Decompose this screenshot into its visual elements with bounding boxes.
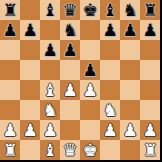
square-d1[interactable]: ♛ — [60, 140, 80, 160]
square-b6[interactable] — [20, 40, 40, 60]
square-e1[interactable]: ♚ — [80, 140, 100, 160]
white-pawn-f2[interactable]: ♟ — [102, 120, 117, 140]
square-f2[interactable]: ♟ — [100, 120, 120, 140]
white-bishop-c1[interactable]: ♝ — [42, 140, 57, 160]
square-d6[interactable]: ♟ — [60, 40, 80, 60]
square-c1[interactable]: ♝ — [40, 140, 60, 160]
square-h3[interactable] — [140, 100, 160, 120]
square-a2[interactable]: ♟ — [0, 120, 20, 140]
white-bishop-c4[interactable]: ♝ — [42, 80, 57, 100]
white-rook-h1[interactable]: ♜ — [142, 140, 157, 160]
white-pawn-h2[interactable]: ♟ — [142, 120, 157, 140]
square-e3[interactable] — [80, 100, 100, 120]
black-rook-a8[interactable]: ♜ — [2, 0, 17, 20]
square-h2[interactable]: ♟ — [140, 120, 160, 140]
square-d5[interactable] — [60, 60, 80, 80]
black-knight-d7[interactable]: ♞ — [62, 20, 77, 40]
square-g7[interactable]: ♟ — [120, 20, 140, 40]
chess-board: ♜♝♛♚♝♞♜♟♟♞♟♟♟♟♟♟♝♟♟♞♞♟♟♟♟♟♟♜♝♛♚♜ — [0, 0, 160, 160]
square-d7[interactable]: ♞ — [60, 20, 80, 40]
square-f1[interactable] — [100, 140, 120, 160]
square-e8[interactable]: ♚ — [80, 0, 100, 20]
black-pawn-e5[interactable]: ♟ — [82, 60, 97, 80]
white-king-e1[interactable]: ♚ — [82, 140, 97, 160]
square-b8[interactable] — [20, 0, 40, 20]
square-a4[interactable] — [0, 80, 20, 100]
black-pawn-b7[interactable]: ♟ — [22, 20, 37, 40]
square-a8[interactable]: ♜ — [0, 0, 20, 20]
square-h1[interactable]: ♜ — [140, 140, 160, 160]
square-a7[interactable]: ♟ — [0, 20, 20, 40]
square-h5[interactable] — [140, 60, 160, 80]
square-b2[interactable]: ♟ — [20, 120, 40, 140]
square-g5[interactable] — [120, 60, 140, 80]
square-d8[interactable]: ♛ — [60, 0, 80, 20]
square-h4[interactable] — [140, 80, 160, 100]
white-knight-f3[interactable]: ♞ — [102, 100, 117, 120]
black-pawn-h7[interactable]: ♟ — [142, 20, 157, 40]
square-d2[interactable] — [60, 120, 80, 140]
square-g3[interactable] — [120, 100, 140, 120]
white-pawn-b2[interactable]: ♟ — [22, 120, 37, 140]
square-e6[interactable] — [80, 40, 100, 60]
white-pawn-a2[interactable]: ♟ — [2, 120, 17, 140]
square-c8[interactable]: ♝ — [40, 0, 60, 20]
square-c4[interactable]: ♝ — [40, 80, 60, 100]
black-king-e8[interactable]: ♚ — [82, 0, 97, 20]
square-f6[interactable] — [100, 40, 120, 60]
square-g4[interactable] — [120, 80, 140, 100]
black-bishop-c8[interactable]: ♝ — [42, 0, 57, 20]
square-g6[interactable] — [120, 40, 140, 60]
white-pawn-d4[interactable]: ♟ — [62, 80, 77, 100]
white-queen-d1[interactable]: ♛ — [62, 140, 77, 160]
square-b7[interactable]: ♟ — [20, 20, 40, 40]
square-b5[interactable] — [20, 60, 40, 80]
black-pawn-f7[interactable]: ♟ — [102, 20, 117, 40]
square-a1[interactable]: ♜ — [0, 140, 20, 160]
square-f3[interactable]: ♞ — [100, 100, 120, 120]
chess-board-frame: ♜♝♛♚♝♞♜♟♟♞♟♟♟♟♟♟♝♟♟♞♞♟♟♟♟♟♟♜♝♛♚♜ — [0, 0, 162, 162]
square-g1[interactable] — [120, 140, 140, 160]
square-g2[interactable]: ♟ — [120, 120, 140, 140]
square-a5[interactable] — [0, 60, 20, 80]
square-a6[interactable] — [0, 40, 20, 60]
square-b4[interactable] — [20, 80, 40, 100]
square-e7[interactable] — [80, 20, 100, 40]
square-h8[interactable]: ♜ — [140, 0, 160, 20]
square-e2[interactable] — [80, 120, 100, 140]
white-pawn-e4[interactable]: ♟ — [82, 80, 97, 100]
square-d3[interactable] — [60, 100, 80, 120]
square-c5[interactable] — [40, 60, 60, 80]
black-queen-d8[interactable]: ♛ — [62, 0, 77, 20]
black-knight-g8[interactable]: ♞ — [122, 0, 137, 20]
square-f5[interactable] — [100, 60, 120, 80]
white-rook-a1[interactable]: ♜ — [2, 140, 17, 160]
white-pawn-g2[interactable]: ♟ — [122, 120, 137, 140]
square-e4[interactable]: ♟ — [80, 80, 100, 100]
black-pawn-a7[interactable]: ♟ — [2, 20, 17, 40]
black-pawn-d6[interactable]: ♟ — [62, 40, 77, 60]
black-bishop-f8[interactable]: ♝ — [102, 0, 117, 20]
square-h7[interactable]: ♟ — [140, 20, 160, 40]
black-pawn-c6[interactable]: ♟ — [42, 40, 57, 60]
black-pawn-g7[interactable]: ♟ — [122, 20, 137, 40]
square-f4[interactable] — [100, 80, 120, 100]
square-d4[interactable]: ♟ — [60, 80, 80, 100]
square-g8[interactable]: ♞ — [120, 0, 140, 20]
square-b1[interactable] — [20, 140, 40, 160]
white-knight-c3[interactable]: ♞ — [42, 100, 57, 120]
square-c6[interactable]: ♟ — [40, 40, 60, 60]
square-h6[interactable] — [140, 40, 160, 60]
square-b3[interactable] — [20, 100, 40, 120]
square-c7[interactable] — [40, 20, 60, 40]
square-c3[interactable]: ♞ — [40, 100, 60, 120]
square-f7[interactable]: ♟ — [100, 20, 120, 40]
square-a3[interactable] — [0, 100, 20, 120]
square-e5[interactable]: ♟ — [80, 60, 100, 80]
square-c2[interactable]: ♟ — [40, 120, 60, 140]
white-pawn-c2[interactable]: ♟ — [42, 120, 57, 140]
black-rook-h8[interactable]: ♜ — [142, 0, 157, 20]
square-f8[interactable]: ♝ — [100, 0, 120, 20]
